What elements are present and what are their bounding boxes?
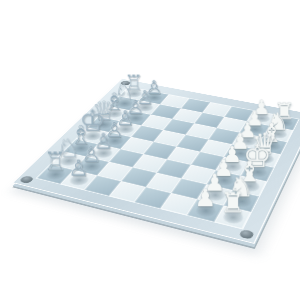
black-pawn-h7: ♙ xyxy=(65,147,92,179)
product-photo-scene: ♖♙♘♙♗♙♕♙♔♙♗♟♙♘♜♟♙♖♞♟♙♝♟♛♟♚♟♝♟♞♟♜ xyxy=(0,0,300,300)
white-rook-h1: ♜ xyxy=(218,182,247,217)
pieces-layer: ♖♙♘♙♗♙♕♙♔♙♗♟♙♘♜♟♙♖♞♟♙♝♟♛♟♚♟♝♟♞♟♜ xyxy=(13,79,300,245)
glass-chess-board: ♖♙♘♙♗♙♕♙♔♙♗♟♙♘♜♟♙♖♞♟♙♝♟♛♟♚♟♝♟♞♟♜ xyxy=(12,78,300,244)
white-pawn-h2: ♟ xyxy=(191,176,220,210)
